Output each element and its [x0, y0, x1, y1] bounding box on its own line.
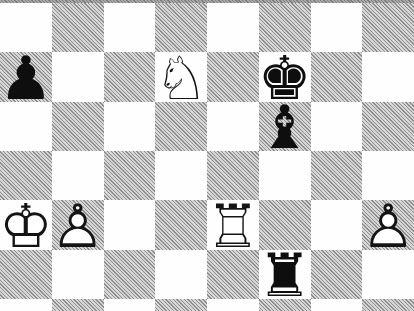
square-b4[interactable]: ♟♙: [52, 200, 104, 249]
square-e5[interactable]: [207, 151, 259, 200]
chess-board-diagram: ♟♞♘♚♝♚♔♟♙♜♖♟♙♜: [0, 0, 414, 311]
king-glyph-fill: ♚: [0, 201, 52, 250]
square-f7[interactable]: ♚: [259, 52, 311, 101]
rook-glyph-fill: ♜: [207, 201, 259, 250]
square-c5[interactable]: [104, 151, 156, 200]
black-pawn-a7: ♟: [0, 53, 52, 102]
pawn-glyph-fill: ♟: [52, 201, 104, 250]
knight-glyph-fill: ♞: [155, 53, 207, 102]
square-d7[interactable]: ♞♘: [155, 52, 207, 101]
pawn-glyph-outline: ♙: [52, 201, 104, 250]
square-h5[interactable]: [362, 151, 414, 200]
square-h3[interactable]: [362, 250, 414, 299]
square-d3[interactable]: [155, 250, 207, 299]
square-a6[interactable]: [0, 102, 52, 151]
square-e8[interactable]: [207, 3, 259, 52]
rook-glyph-outline: ♖: [207, 201, 259, 250]
square-g7[interactable]: [311, 52, 363, 101]
square-g3[interactable]: [311, 250, 363, 299]
square-h7[interactable]: [362, 52, 414, 101]
square-e4[interactable]: ♜♖: [207, 200, 259, 249]
square-d5[interactable]: [155, 151, 207, 200]
square-a3[interactable]: [0, 250, 52, 299]
square-h4[interactable]: ♟♙: [362, 200, 414, 249]
square-b2[interactable]: [52, 299, 104, 311]
pawn-glyph-fill: ♟: [362, 201, 414, 250]
square-c8[interactable]: [104, 3, 156, 52]
square-b8[interactable]: [52, 3, 104, 52]
square-d6[interactable]: [155, 102, 207, 151]
square-b5[interactable]: [52, 151, 104, 200]
board-top-edge: [0, 0, 414, 3]
square-h2[interactable]: [362, 299, 414, 311]
black-king-f7: ♚: [259, 53, 311, 102]
square-f3[interactable]: ♜: [259, 250, 311, 299]
square-d2[interactable]: [155, 299, 207, 311]
square-b7[interactable]: [52, 52, 104, 101]
white-king-a4: ♚♔: [0, 201, 52, 250]
square-a5[interactable]: [0, 151, 52, 200]
square-b6[interactable]: [52, 102, 104, 151]
knight-glyph-outline: ♘: [155, 53, 207, 102]
chess-board: ♟♞♘♚♝♚♔♟♙♜♖♟♙♜: [0, 3, 414, 311]
pawn-glyph-outline: ♙: [362, 201, 414, 250]
square-c6[interactable]: [104, 102, 156, 151]
white-pawn-b4: ♟♙: [52, 201, 104, 250]
square-e3[interactable]: [207, 250, 259, 299]
square-a8[interactable]: [0, 3, 52, 52]
square-e7[interactable]: [207, 52, 259, 101]
square-g6[interactable]: [311, 102, 363, 151]
square-f8[interactable]: [259, 3, 311, 52]
square-b3[interactable]: [52, 250, 104, 299]
square-g8[interactable]: [311, 3, 363, 52]
white-pawn-h4: ♟♙: [362, 201, 414, 250]
square-a2[interactable]: [0, 299, 52, 311]
square-h6[interactable]: [362, 102, 414, 151]
square-g4[interactable]: [311, 200, 363, 249]
square-c3[interactable]: [104, 250, 156, 299]
white-rook-e4: ♜♖: [207, 201, 259, 250]
square-f6[interactable]: ♝: [259, 102, 311, 151]
square-h8[interactable]: [362, 3, 414, 52]
square-d4[interactable]: [155, 200, 207, 249]
square-c2[interactable]: [104, 299, 156, 311]
square-d8[interactable]: [155, 3, 207, 52]
square-f5[interactable]: [259, 151, 311, 200]
square-e6[interactable]: [207, 102, 259, 151]
white-knight-d7: ♞♘: [155, 53, 207, 102]
black-rook-f3: ♜: [259, 251, 311, 300]
square-f2[interactable]: [259, 299, 311, 311]
square-e2[interactable]: [207, 299, 259, 311]
square-c4[interactable]: [104, 200, 156, 249]
king-glyph-outline: ♔: [0, 201, 52, 250]
black-bishop-f6: ♝: [259, 103, 311, 152]
square-g2[interactable]: [311, 299, 363, 311]
square-a4[interactable]: ♚♔: [0, 200, 52, 249]
square-f4[interactable]: [259, 200, 311, 249]
square-a7[interactable]: ♟: [0, 52, 52, 101]
square-c7[interactable]: [104, 52, 156, 101]
square-g5[interactable]: [311, 151, 363, 200]
